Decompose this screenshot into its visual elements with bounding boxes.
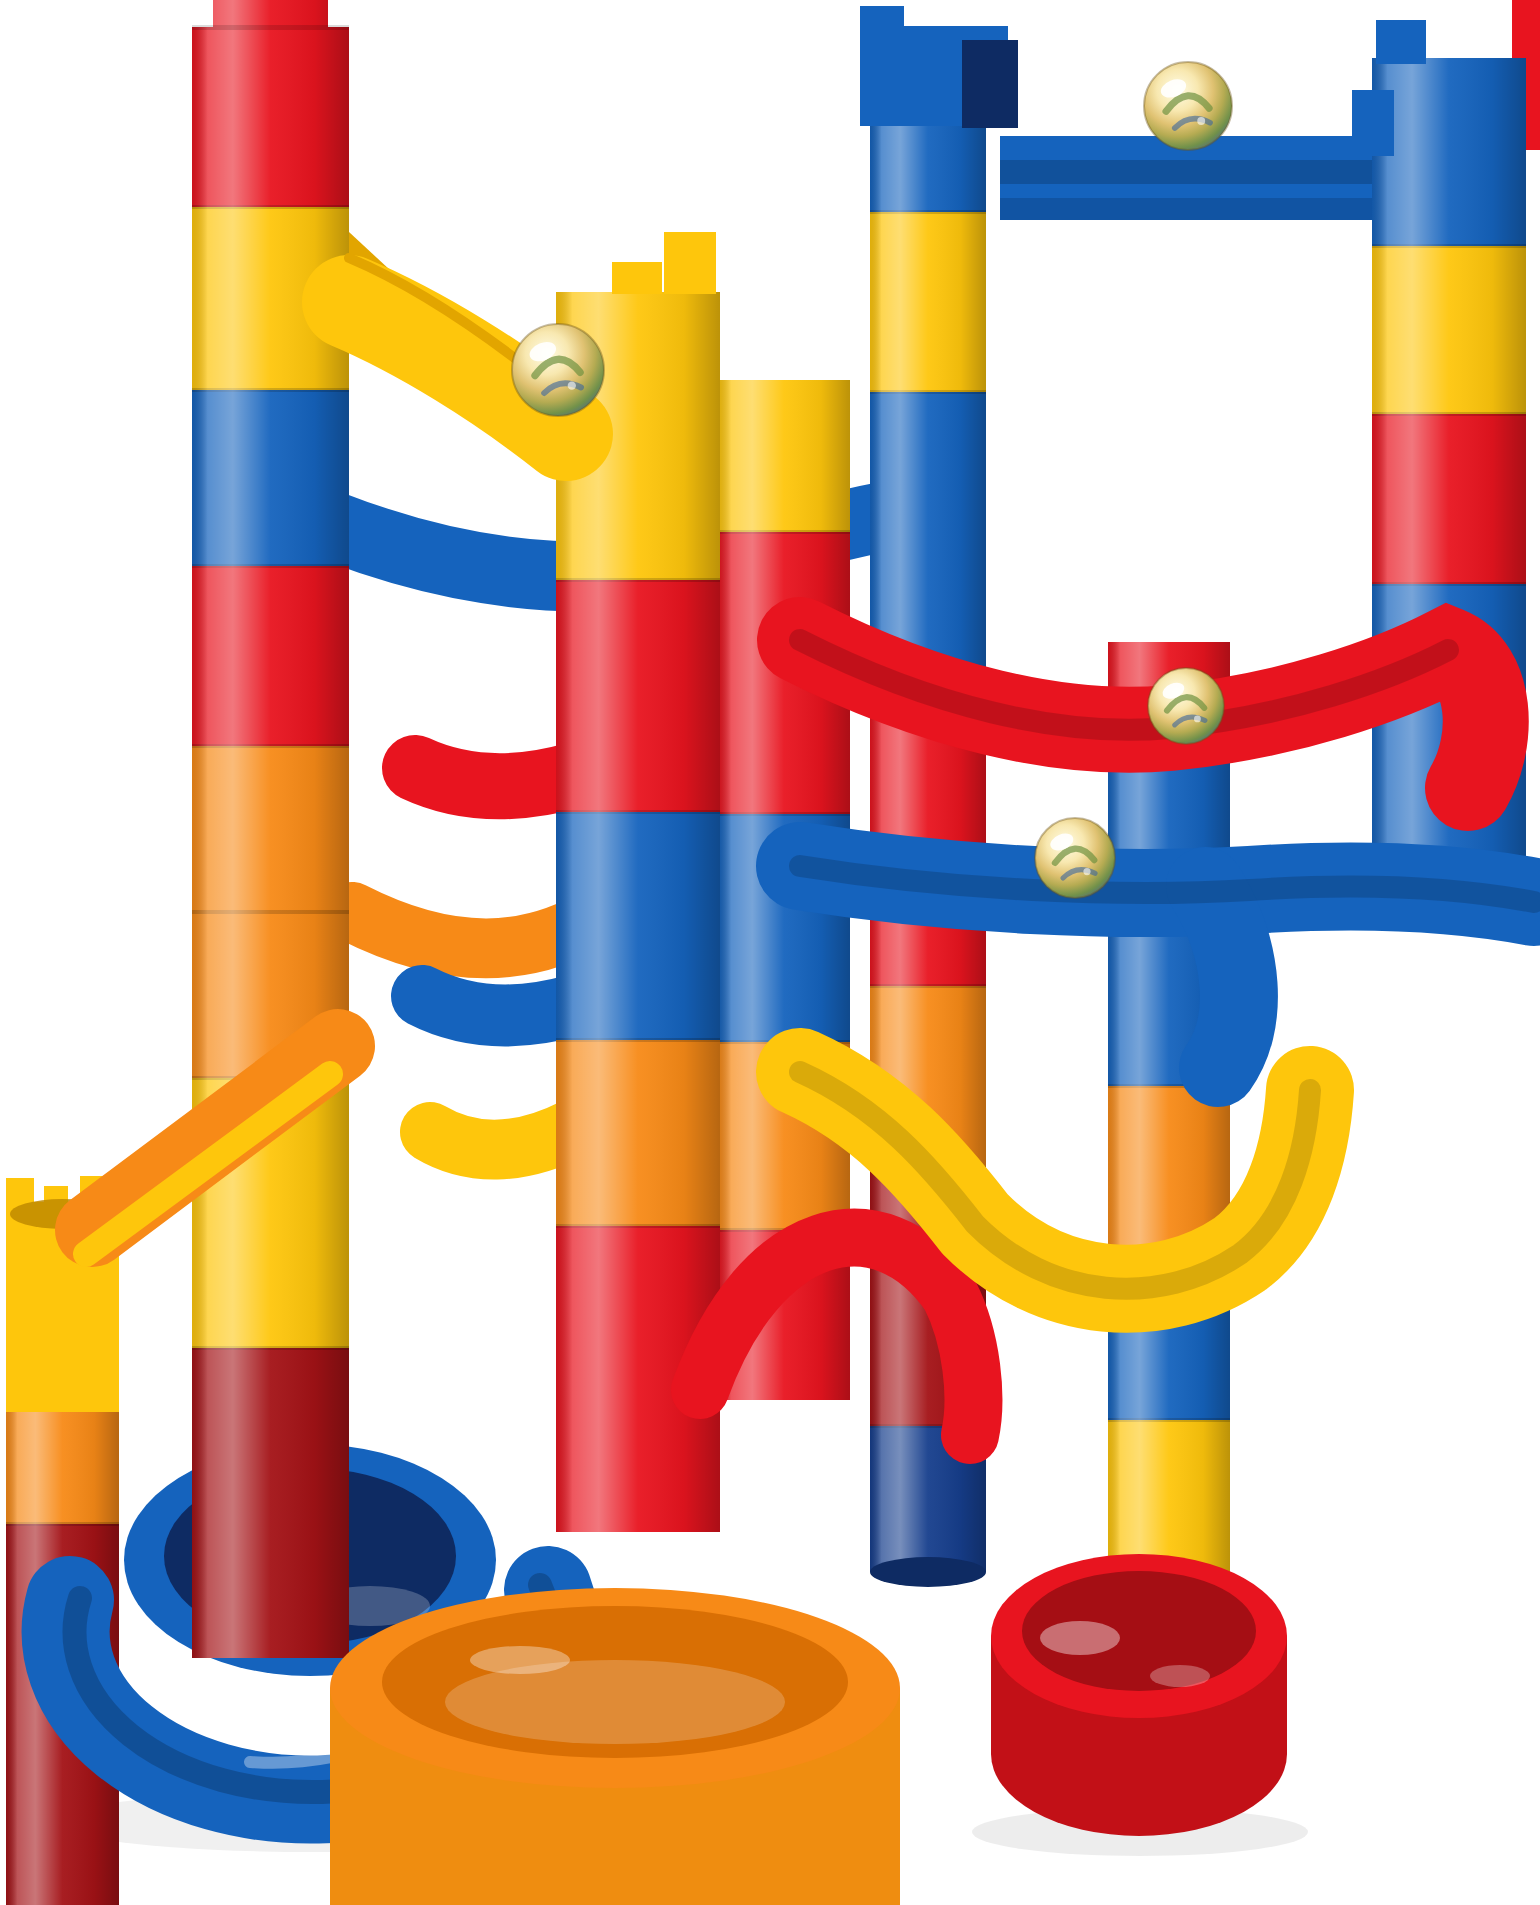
dish-glint <box>445 1660 785 1744</box>
bridge-riser <box>1352 90 1394 156</box>
chute-marble-slot <box>512 324 604 416</box>
red-basin-glint <box>1040 1621 1120 1655</box>
marble-run-photo <box>0 0 1540 1905</box>
entry-cup-tooth <box>6 1178 34 1206</box>
marble-highlight-dot <box>1194 716 1201 723</box>
legFront-cylinder-shading <box>1108 642 1230 1576</box>
glass-marble-m3 <box>1148 668 1224 744</box>
top-tube-gap <box>328 0 349 27</box>
left-front-tower <box>192 0 349 1658</box>
marble-run-scene <box>0 0 1540 1905</box>
blue-chute-marble-slot <box>1035 818 1115 898</box>
dish-rim-glint <box>470 1646 570 1674</box>
top-tube-gap <box>192 0 213 27</box>
marble-highlight-dot <box>1197 117 1205 125</box>
red-chute-marble-slot <box>1148 668 1224 744</box>
cup-crown-tooth <box>612 262 662 294</box>
leg-cup-stub <box>860 6 904 40</box>
cup-crown-tooth <box>664 232 716 294</box>
bridge-trough-shade <box>1000 160 1392 184</box>
marble-highlight-dot <box>1083 868 1090 875</box>
red-chute-left-end <box>415 768 575 786</box>
red-round-basin <box>991 1554 1287 1836</box>
blue-chute-wrap <box>1205 886 1239 1068</box>
blue-chute-left-end <box>422 996 575 1016</box>
top-tube-flange <box>192 25 349 30</box>
leftFront-cylinder-shading <box>192 0 349 1658</box>
red-basin-glint <box>1150 1665 1210 1687</box>
glass-marble-m1 <box>512 324 604 416</box>
orange-round-dish <box>330 1588 900 1905</box>
glass-marble-m4 <box>1035 818 1115 898</box>
bridge-marble-slot <box>1144 62 1232 150</box>
leg-end-cap <box>870 1557 986 1587</box>
marble-highlight-dot <box>568 382 576 390</box>
yellow-chute-left-end <box>430 1128 575 1150</box>
glass-marble-m2 <box>1144 62 1232 150</box>
leg-cup-notch <box>962 40 1018 128</box>
bridge-front-lip <box>1000 198 1392 220</box>
right-front-leg <box>1108 642 1230 1576</box>
leg-cup-stub <box>1376 20 1426 64</box>
